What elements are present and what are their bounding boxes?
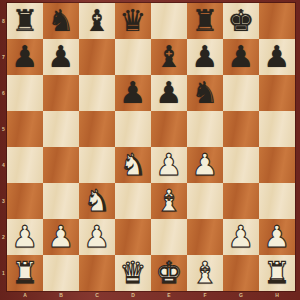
square-a7[interactable]: ♟ [7,39,43,75]
piece-white-queen[interactable]: ♛ [120,255,147,291]
square-d2[interactable] [115,219,151,255]
rank-label-3: 3 [0,183,7,219]
piece-black-pawn[interactable]: ♟ [192,39,219,75]
square-f5[interactable] [187,111,223,147]
file-label-f: F [187,291,223,300]
square-g6[interactable] [223,75,259,111]
square-b3[interactable] [43,183,79,219]
square-b7[interactable]: ♟ [43,39,79,75]
square-d3[interactable] [115,183,151,219]
file-label-g: G [223,291,259,300]
piece-black-pawn[interactable]: ♟ [48,39,75,75]
square-c1[interactable] [79,255,115,291]
piece-white-pawn[interactable]: ♟ [228,219,255,255]
square-e7[interactable]: ♝ [151,39,187,75]
square-d8[interactable]: ♛ [115,3,151,39]
piece-black-knight[interactable]: ♞ [192,75,219,111]
file-label-c: C [79,291,115,300]
square-b1[interactable] [43,255,79,291]
square-d4[interactable]: ♞ [115,147,151,183]
piece-black-king[interactable]: ♚ [228,3,255,39]
piece-black-pawn[interactable]: ♟ [264,39,291,75]
square-h6[interactable] [259,75,295,111]
square-e6[interactable]: ♟ [151,75,187,111]
square-c3[interactable]: ♞ [79,183,115,219]
square-g2[interactable]: ♟ [223,219,259,255]
rank-label-8: 8 [0,3,7,39]
square-c4[interactable] [79,147,115,183]
piece-white-rook[interactable]: ♜ [12,255,39,291]
square-h7[interactable]: ♟ [259,39,295,75]
piece-white-bishop[interactable]: ♝ [156,183,183,219]
square-g7[interactable]: ♟ [223,39,259,75]
rank-label-5: 5 [0,111,7,147]
piece-black-bishop[interactable]: ♝ [156,39,183,75]
piece-black-bishop[interactable]: ♝ [84,3,111,39]
square-e8[interactable] [151,3,187,39]
square-d5[interactable] [115,111,151,147]
square-e5[interactable] [151,111,187,147]
piece-white-pawn[interactable]: ♟ [264,219,291,255]
piece-black-pawn[interactable]: ♟ [156,75,183,111]
square-e1[interactable]: ♚ [151,255,187,291]
piece-black-pawn[interactable]: ♟ [228,39,255,75]
piece-white-bishop[interactable]: ♝ [192,255,219,291]
rank-label-4: 4 [0,147,7,183]
square-d7[interactable] [115,39,151,75]
square-b2[interactable]: ♟ [43,219,79,255]
square-a3[interactable] [7,183,43,219]
piece-white-pawn[interactable]: ♟ [84,219,111,255]
square-c8[interactable]: ♝ [79,3,115,39]
piece-black-knight[interactable]: ♞ [48,3,75,39]
square-a2[interactable]: ♟ [7,219,43,255]
square-f6[interactable]: ♞ [187,75,223,111]
file-label-h: H [259,291,295,300]
piece-white-knight[interactable]: ♞ [84,183,111,219]
piece-white-pawn[interactable]: ♟ [12,219,39,255]
square-f2[interactable] [187,219,223,255]
square-c7[interactable] [79,39,115,75]
square-h5[interactable] [259,111,295,147]
chess-board: ♜♞♝♛♜♚♟♟♝♟♟♟♟♟♞♞♟♟♞♝♟♟♟♟♟♜♛♚♝♜ [7,3,295,291]
square-f4[interactable]: ♟ [187,147,223,183]
piece-black-queen[interactable]: ♛ [120,3,147,39]
square-e4[interactable]: ♟ [151,147,187,183]
rank-label-1: 1 [0,255,7,291]
square-f1[interactable]: ♝ [187,255,223,291]
file-label-d: D [115,291,151,300]
square-a4[interactable] [7,147,43,183]
piece-black-pawn[interactable]: ♟ [12,39,39,75]
square-b8[interactable]: ♞ [43,3,79,39]
square-h8[interactable] [259,3,295,39]
square-c5[interactable] [79,111,115,147]
square-e2[interactable] [151,219,187,255]
piece-white-pawn[interactable]: ♟ [156,147,183,183]
file-label-b: B [43,291,79,300]
square-e3[interactable]: ♝ [151,183,187,219]
square-f8[interactable]: ♜ [187,3,223,39]
square-b4[interactable] [43,147,79,183]
square-c2[interactable]: ♟ [79,219,115,255]
chess-board-frame: ♜♞♝♛♜♚♟♟♝♟♟♟♟♟♞♞♟♟♞♝♟♟♟♟♟♜♛♚♝♜ 87654321 … [0,0,300,300]
square-f7[interactable]: ♟ [187,39,223,75]
piece-white-rook[interactable]: ♜ [264,255,291,291]
rank-label-2: 2 [0,219,7,255]
piece-white-pawn[interactable]: ♟ [192,147,219,183]
square-d6[interactable]: ♟ [115,75,151,111]
square-h2[interactable]: ♟ [259,219,295,255]
square-g1[interactable] [223,255,259,291]
square-a5[interactable] [7,111,43,147]
piece-black-rook[interactable]: ♜ [192,3,219,39]
square-b5[interactable] [43,111,79,147]
square-c6[interactable] [79,75,115,111]
square-a6[interactable] [7,75,43,111]
piece-black-rook[interactable]: ♜ [12,3,39,39]
square-a8[interactable]: ♜ [7,3,43,39]
file-label-e: E [151,291,187,300]
square-b6[interactable] [43,75,79,111]
rank-label-6: 6 [0,75,7,111]
square-g5[interactable] [223,111,259,147]
square-g4[interactable] [223,147,259,183]
square-g3[interactable] [223,183,259,219]
square-h3[interactable] [259,183,295,219]
square-g8[interactable]: ♚ [223,3,259,39]
square-d1[interactable]: ♛ [115,255,151,291]
piece-black-pawn[interactable]: ♟ [120,75,147,111]
piece-white-knight[interactable]: ♞ [120,147,147,183]
piece-white-king[interactable]: ♚ [156,255,183,291]
square-f3[interactable] [187,183,223,219]
file-label-a: A [7,291,43,300]
square-h1[interactable]: ♜ [259,255,295,291]
square-h4[interactable] [259,147,295,183]
piece-white-pawn[interactable]: ♟ [48,219,75,255]
square-a1[interactable]: ♜ [7,255,43,291]
rank-label-7: 7 [0,39,7,75]
